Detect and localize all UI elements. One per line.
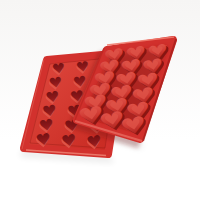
heart-cavity: ♥♥ (33, 130, 53, 152)
svg-text:♥: ♥ (124, 115, 144, 134)
product-photo: ♥♥♥♥♥♥♥♥♥♥♥♥♥♥♥♥♥♥♥♥♥♥♥♥♥♥♥♥♥♥♥♥♥♥♥♥ ♥♥♥… (0, 0, 200, 200)
heart-cavity: ♥♥ (59, 131, 79, 153)
heart-dome: ♥♥♥ (118, 110, 152, 143)
svg-text:♥: ♥ (60, 131, 78, 151)
svg-text:♥: ♥ (34, 130, 52, 150)
